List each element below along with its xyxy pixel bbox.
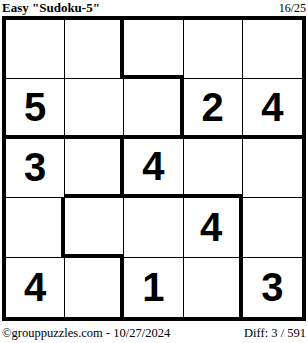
cell-r5c4[interactable] — [184, 258, 243, 317]
sudoku-grid: 524344413 — [2, 16, 306, 321]
cell-r1c3[interactable] — [124, 20, 183, 79]
cell-r1c1[interactable] — [6, 20, 65, 79]
difficulty-text: Diff: 3 / 591 — [244, 326, 306, 341]
cell-r5c5[interactable]: 3 — [243, 258, 302, 317]
cell-r2c3[interactable] — [124, 79, 183, 138]
cell-r5c1[interactable]: 4 — [6, 258, 65, 317]
cell-r2c4[interactable]: 2 — [184, 79, 243, 138]
cell-r4c3[interactable] — [124, 198, 183, 257]
cell-r2c1[interactable]: 5 — [6, 79, 65, 138]
cell-r3c3[interactable]: 4 — [124, 139, 183, 198]
cell-r3c5[interactable] — [243, 139, 302, 198]
cell-r4c1[interactable] — [6, 198, 65, 257]
cell-r4c2[interactable] — [65, 198, 124, 257]
cell-r1c2[interactable] — [65, 20, 124, 79]
cell-r1c5[interactable] — [243, 20, 302, 79]
cell-r5c3[interactable]: 1 — [124, 258, 183, 317]
cell-r2c2[interactable] — [65, 79, 124, 138]
puzzle-counter: 16/25 — [279, 1, 306, 15]
copyright-text: ©grouppuzzles.com - 10/27/2024 — [2, 326, 170, 341]
footer: ©grouppuzzles.com - 10/27/2024 Diff: 3 /… — [2, 325, 306, 341]
cell-r3c4[interactable] — [184, 139, 243, 198]
cell-r5c2[interactable] — [65, 258, 124, 317]
header: Easy "Sudoku-5" 16/25 — [2, 0, 306, 15]
cell-r1c4[interactable] — [184, 20, 243, 79]
cell-r3c1[interactable]: 3 — [6, 139, 65, 198]
cell-r4c4[interactable]: 4 — [184, 198, 243, 257]
cell-r4c5[interactable] — [243, 198, 302, 257]
puzzle-title: Easy "Sudoku-5" — [2, 1, 100, 15]
cell-r3c2[interactable] — [65, 139, 124, 198]
cell-r2c5[interactable]: 4 — [243, 79, 302, 138]
